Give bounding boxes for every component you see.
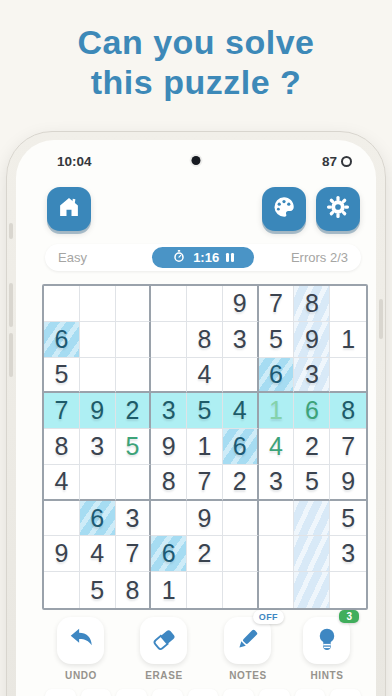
undo-label: UNDO xyxy=(46,670,116,681)
cell-r8c1[interactable]: 9 xyxy=(44,536,80,572)
cell-r6c3[interactable] xyxy=(116,465,152,501)
status-battery: 87 xyxy=(322,154,352,169)
cell-r4c7[interactable]: 1 xyxy=(259,393,295,429)
cell-r5c9[interactable]: 7 xyxy=(330,429,366,465)
hints-button[interactable]: 3 xyxy=(303,617,350,664)
timer-value: 1:16 xyxy=(193,250,219,265)
cell-r1c9[interactable] xyxy=(330,286,366,322)
numpad-key[interactable] xyxy=(152,689,183,696)
settings-button[interactable] xyxy=(316,187,360,231)
errors-label: Errors 2/3 xyxy=(291,250,348,265)
cell-r9c5[interactable] xyxy=(187,572,223,608)
notes-label: NOTES xyxy=(213,670,283,681)
cell-r4c6[interactable]: 4 xyxy=(223,393,259,429)
hints-label: HINTS xyxy=(292,670,362,681)
cell-r4c2[interactable]: 9 xyxy=(80,393,116,429)
palette-icon xyxy=(271,194,297,224)
cell-r2c2[interactable] xyxy=(80,322,116,358)
cell-r1c2[interactable] xyxy=(80,286,116,322)
home-button[interactable] xyxy=(47,187,91,231)
cell-r5c4[interactable]: 9 xyxy=(151,429,187,465)
cell-r6c1[interactable]: 4 xyxy=(44,465,80,501)
theme-palette-button[interactable] xyxy=(262,187,306,231)
cell-r8c2[interactable]: 4 xyxy=(80,536,116,572)
numpad-key[interactable] xyxy=(259,689,290,696)
cell-r4c4[interactable]: 3 xyxy=(151,393,187,429)
cell-r3c5[interactable]: 4 xyxy=(187,358,223,394)
cell-r8c4[interactable]: 6 xyxy=(151,536,187,572)
cell-r9c7[interactable] xyxy=(259,572,295,608)
cell-r5c6[interactable]: 6 xyxy=(223,429,259,465)
page-title: Can you solve this puzzle ? xyxy=(0,22,392,102)
cell-r3c8[interactable]: 3 xyxy=(294,358,330,394)
cell-r2c1[interactable]: 6 xyxy=(44,322,80,358)
cell-r6c4[interactable]: 8 xyxy=(151,465,187,501)
cell-r9c3[interactable]: 8 xyxy=(116,572,152,608)
cell-r9c6[interactable] xyxy=(223,572,259,608)
cell-r5c7[interactable]: 4 xyxy=(259,429,295,465)
page-title-line2: this puzzle ? xyxy=(0,62,392,102)
cell-r4c3[interactable]: 2 xyxy=(116,393,152,429)
cell-r7c9[interactable]: 5 xyxy=(330,501,366,537)
cell-r8c5[interactable]: 2 xyxy=(187,536,223,572)
cell-r3c2[interactable] xyxy=(80,358,116,394)
cell-r8c9[interactable]: 3 xyxy=(330,536,366,572)
numpad-key[interactable] xyxy=(188,689,219,696)
cell-r1c4[interactable] xyxy=(151,286,187,322)
cell-r7c1[interactable] xyxy=(44,501,80,537)
pause-icon[interactable] xyxy=(226,253,234,262)
numpad-key[interactable] xyxy=(116,689,147,696)
difficulty-label: Easy xyxy=(58,250,87,265)
numpad-key[interactable] xyxy=(223,689,254,696)
page: Can you solve this puzzle ? 10:04 87 xyxy=(0,0,392,696)
numpad-key[interactable] xyxy=(295,689,326,696)
numpad-key[interactable] xyxy=(81,689,112,696)
cell-r2c5[interactable]: 8 xyxy=(187,322,223,358)
stopwatch-icon xyxy=(172,249,186,267)
cell-r5c3[interactable]: 5 xyxy=(116,429,152,465)
cell-r7c7[interactable] xyxy=(259,501,295,537)
cell-r2c9[interactable]: 1 xyxy=(330,322,366,358)
cell-r6c5[interactable]: 7 xyxy=(187,465,223,501)
cell-r7c8[interactable] xyxy=(294,501,330,537)
cell-r3c7[interactable]: 6 xyxy=(259,358,295,394)
home-icon xyxy=(56,194,82,224)
cell-r5c1[interactable]: 8 xyxy=(44,429,80,465)
battery-ring-icon xyxy=(341,156,352,167)
cell-r3c1[interactable]: 5 xyxy=(44,358,80,394)
cell-r7c4[interactable] xyxy=(151,501,187,537)
erase-button[interactable] xyxy=(140,617,187,664)
cell-r1c3[interactable] xyxy=(116,286,152,322)
cell-r7c5[interactable]: 9 xyxy=(187,501,223,537)
bulb-icon xyxy=(313,625,341,657)
camera-dot xyxy=(192,156,201,165)
cell-r1c1[interactable] xyxy=(44,286,80,322)
phone-side-button xyxy=(9,333,13,377)
cell-r8c3[interactable]: 7 xyxy=(116,536,152,572)
cell-r5c2[interactable]: 3 xyxy=(80,429,116,465)
cell-r8c6[interactable] xyxy=(223,536,259,572)
notes-button[interactable]: OFF xyxy=(224,617,271,664)
cell-r9c1[interactable] xyxy=(44,572,80,608)
cell-r2c6[interactable]: 3 xyxy=(223,322,259,358)
number-pad xyxy=(45,689,361,696)
cell-r1c5[interactable] xyxy=(187,286,223,322)
phone-side-button xyxy=(9,283,13,327)
erase-label: ERASE xyxy=(129,670,199,681)
cell-r2c7[interactable]: 5 xyxy=(259,322,295,358)
cell-r6c7[interactable]: 3 xyxy=(259,465,295,501)
phone-frame: 10:04 87 xyxy=(6,131,386,696)
pencil-icon xyxy=(234,625,262,657)
phone-side-button xyxy=(9,223,13,239)
battery-percent: 87 xyxy=(322,154,337,169)
cell-r4c1[interactable]: 7 xyxy=(44,393,80,429)
numpad-key[interactable] xyxy=(45,689,76,696)
cell-r1c7[interactable]: 7 xyxy=(259,286,295,322)
cell-r3c4[interactable] xyxy=(151,358,187,394)
cell-r6c2[interactable] xyxy=(80,465,116,501)
cell-r3c6[interactable] xyxy=(223,358,259,394)
cell-r1c6[interactable]: 9 xyxy=(223,286,259,322)
cell-r9c4[interactable]: 1 xyxy=(151,572,187,608)
cell-r3c3[interactable] xyxy=(116,358,152,394)
cell-r4c5[interactable]: 5 xyxy=(187,393,223,429)
cell-r6c9[interactable]: 9 xyxy=(330,465,366,501)
cell-r8c8[interactable] xyxy=(294,536,330,572)
cell-r6c8[interactable]: 5 xyxy=(294,465,330,501)
numpad-key[interactable] xyxy=(330,689,361,696)
cell-r5c8[interactable]: 2 xyxy=(294,429,330,465)
cell-r6c6[interactable]: 2 xyxy=(223,465,259,501)
phone-side-button xyxy=(379,299,383,339)
cell-r9c8[interactable] xyxy=(294,572,330,608)
cell-r2c8[interactable]: 9 xyxy=(294,322,330,358)
cell-r2c4[interactable] xyxy=(151,322,187,358)
page-title-line1: Can you solve xyxy=(0,22,392,62)
cell-r4c8[interactable]: 6 xyxy=(294,393,330,429)
cell-r7c6[interactable] xyxy=(223,501,259,537)
cell-r9c2[interactable]: 5 xyxy=(80,572,116,608)
sudoku-grid: 9786835915463792354168835916427487235963… xyxy=(42,284,368,610)
cell-r2c3[interactable] xyxy=(116,322,152,358)
cell-r9c9[interactable] xyxy=(330,572,366,608)
status-time: 10:04 xyxy=(57,154,92,169)
cell-r5c5[interactable]: 1 xyxy=(187,429,223,465)
cell-r7c2[interactable]: 6 xyxy=(80,501,116,537)
cell-r8c7[interactable] xyxy=(259,536,295,572)
timer-pill[interactable]: 1:16 xyxy=(152,247,254,268)
undo-button[interactable] xyxy=(57,617,104,664)
cell-r7c3[interactable]: 3 xyxy=(116,501,152,537)
gear-icon xyxy=(325,194,351,224)
hints-count-badge: 3 xyxy=(339,610,359,623)
cell-r1c8[interactable]: 8 xyxy=(294,286,330,322)
undo-arrow-icon xyxy=(67,625,95,657)
phone-screen: 10:04 87 xyxy=(16,140,376,696)
eraser-icon xyxy=(150,625,178,657)
cell-r4c9[interactable]: 8 xyxy=(330,393,366,429)
notes-off-badge: OFF xyxy=(253,610,284,624)
info-bar: Easy 1:16 Errors 2/3 xyxy=(45,244,361,271)
cell-r3c9[interactable] xyxy=(330,358,366,394)
